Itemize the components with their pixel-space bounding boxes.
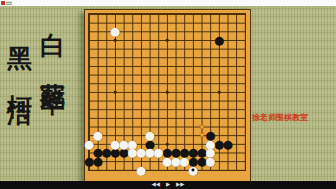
channel-caption: 徐老师围棋教室 [252, 112, 308, 123]
stone-white: ● [145, 131, 154, 140]
play-icon[interactable]: ▶ [166, 182, 170, 188]
stone-white: ● [189, 166, 198, 175]
white-player-name: 薛冠华 [38, 62, 67, 74]
stone-black: ● [223, 140, 232, 149]
video-frame: 黑 柯洁 白 薛冠华 ●●●●●●●●●●●●●●●●●●●●●●●●●●●●●… [0, 0, 336, 189]
star-point [166, 39, 169, 42]
star-point [114, 39, 117, 42]
black-player-column: 黑 柯洁 [7, 26, 32, 83]
black-player-label: 黑 [5, 26, 34, 30]
hint-marker [200, 134, 203, 137]
white-player-label: 白 [38, 13, 67, 17]
board-grid: ●●●●●●●●●●●●●●●●●●●●●●●●●●●●●●●●●●●●● [88, 13, 246, 171]
video-control-bar[interactable]: ◀◀ ▶ ▶▶ [0, 181, 336, 189]
tatami-background: 黑 柯洁 白 薛冠华 ●●●●●●●●●●●●●●●●●●●●●●●●●●●●●… [0, 6, 336, 181]
go-board: ●●●●●●●●●●●●●●●●●●●●●●●●●●●●●●●●●●●●● [84, 9, 251, 182]
stone-white: ● [137, 166, 146, 175]
star-point [218, 91, 221, 94]
logo-red-square [1, 1, 5, 5]
next-icon[interactable]: ▶▶ [176, 182, 184, 188]
last-move-dot [192, 169, 195, 172]
stone-white: ● [111, 27, 120, 36]
stone-white: ● [93, 131, 102, 140]
stone-black: ● [93, 157, 102, 166]
stone-black: ● [215, 36, 224, 45]
stone-white: ● [85, 140, 94, 149]
stone-white: ● [206, 157, 215, 166]
star-point [114, 91, 117, 94]
logo-text-block [6, 1, 12, 5]
black-player-name: 柯洁 [5, 75, 34, 83]
white-player-column: 白 薛冠华 [40, 13, 65, 74]
watermark-logo-icon [1, 1, 12, 5]
star-point [166, 91, 169, 94]
previous-icon[interactable]: ◀◀ [151, 182, 159, 188]
hint-marker [200, 125, 203, 128]
